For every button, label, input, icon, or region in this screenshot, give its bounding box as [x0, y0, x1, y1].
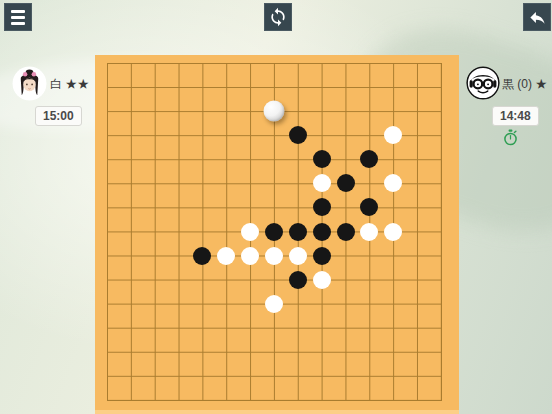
black-stone	[313, 150, 331, 168]
black-player-clock: 14:48	[492, 106, 539, 126]
white-stone	[384, 223, 402, 241]
white-stone	[289, 247, 307, 265]
black-player-avatar	[466, 66, 500, 100]
black-stone	[337, 174, 355, 192]
white-player-label: 白 ★★	[50, 76, 89, 93]
black-stone	[313, 247, 331, 265]
black-player-label: 黒 (0) ★	[502, 76, 547, 93]
white-stone	[360, 223, 378, 241]
white-stone	[384, 174, 402, 192]
white-stone	[241, 223, 259, 241]
undo-back-icon	[528, 8, 547, 27]
hamburger-icon	[11, 10, 25, 25]
black-stone	[289, 223, 307, 241]
game-board[interactable]	[95, 55, 459, 414]
black-stone	[313, 223, 331, 241]
white-stone	[384, 126, 402, 144]
white-stone	[265, 247, 283, 265]
white-stone-last-move	[264, 101, 285, 122]
black-stone	[360, 150, 378, 168]
black-stone	[289, 271, 307, 289]
stopwatch-icon	[503, 129, 518, 146]
white-stone	[241, 247, 259, 265]
black-stone	[265, 223, 283, 241]
black-stone	[289, 126, 307, 144]
refresh-button[interactable]	[264, 3, 292, 31]
black-stone	[193, 247, 211, 265]
white-stone	[217, 247, 235, 265]
stones-layer	[107, 63, 441, 400]
white-stone	[313, 174, 331, 192]
black-stone	[337, 223, 355, 241]
black-stone	[360, 198, 378, 216]
refresh-sync-icon	[268, 7, 288, 27]
white-stone	[313, 271, 331, 289]
undo-back-button[interactable]	[523, 3, 551, 31]
white-player-avatar	[12, 66, 47, 101]
menu-button[interactable]	[4, 3, 32, 31]
black-stone	[313, 198, 331, 216]
white-player-clock: 15:00	[35, 106, 82, 126]
white-stone	[265, 295, 283, 313]
app-window: 白 ★★ 15:00 黒 (0) ★ 14:48	[0, 0, 552, 414]
